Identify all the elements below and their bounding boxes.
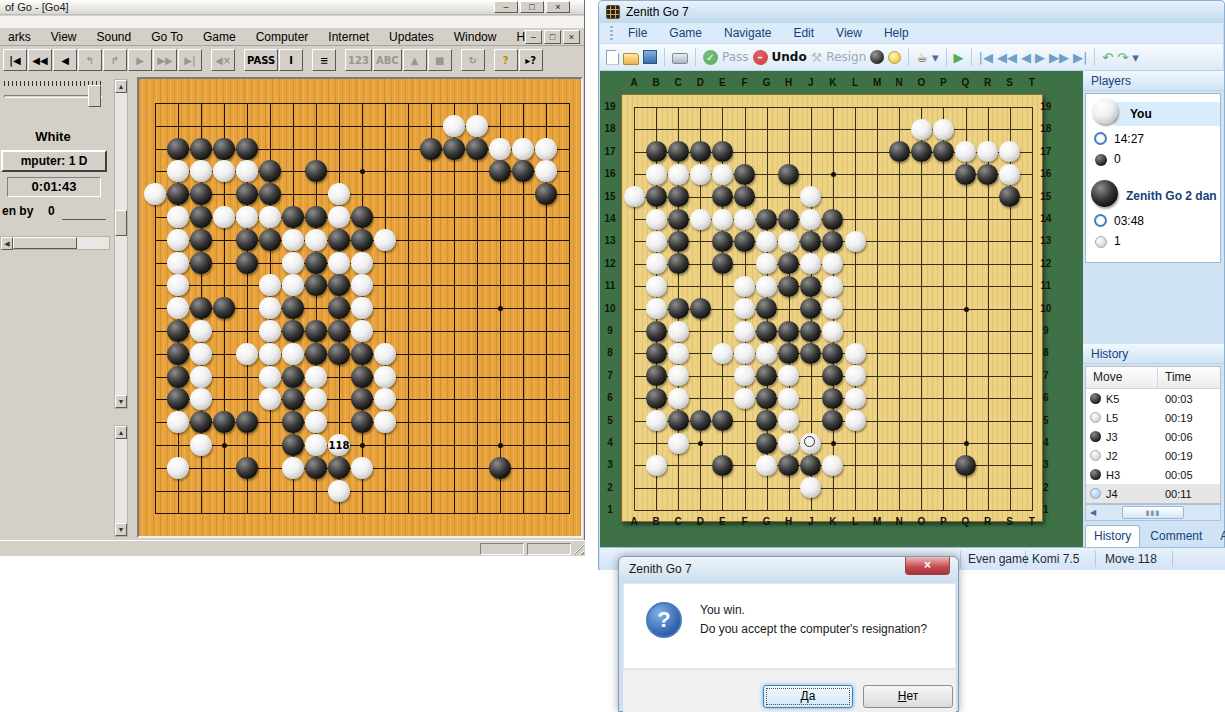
stone-K11: [351, 274, 373, 296]
stone-G13: [756, 231, 777, 252]
stone-B17: [646, 141, 667, 162]
stone-H13: [778, 231, 799, 252]
fast-back-button[interactable]: ◀◀: [28, 49, 52, 71]
letters-button[interactable]: ABC: [373, 49, 402, 71]
history-move: J4: [1106, 488, 1158, 500]
go-board-right[interactable]: AA1919BB1818CC1717DD1616EE1515FF1414GG13…: [621, 94, 1043, 522]
toolbar-separator: [971, 48, 972, 66]
stone-F10: [734, 298, 755, 319]
resign-button[interactable]: ⚒Resign: [811, 50, 867, 65]
coord-number-right: 15: [1038, 191, 1054, 202]
stone-D10: [213, 297, 235, 319]
left-sidebar: White mputer: 1 D 0:01:43 en by 0 ◀ ▲ ▼ …: [0, 73, 133, 540]
coord-letter-top: O: [913, 77, 929, 88]
stone-E16: [712, 164, 733, 185]
resignation-dialog: Zenith Go 7 × ? You win. Do you accept t…: [618, 556, 959, 712]
stone-E12: [236, 252, 258, 274]
left-window-menubar: arksViewSoundGo ToGameComputerInternetUp…: [0, 28, 584, 46]
coord-letter-top: P: [935, 77, 951, 88]
status-box: [480, 543, 524, 555]
mdi-minimize-button[interactable]: –: [525, 30, 542, 44]
history-row-K5[interactable]: K500:03: [1086, 389, 1220, 408]
resign-button-glyph: ⚒: [811, 50, 823, 65]
left-window-caption-buttons: –□×: [494, 1, 570, 13]
menu-item-game[interactable]: Game: [660, 24, 711, 42]
stone-B10: [167, 297, 189, 319]
clock-icon: [1094, 132, 1107, 145]
coord-letter-bottom: F: [737, 516, 753, 527]
history-move: L5: [1106, 412, 1158, 424]
toolbar-separator: [695, 48, 696, 66]
stone-H9: [778, 321, 799, 342]
divider: [62, 219, 106, 220]
stone-H8: [778, 343, 799, 364]
save-icon[interactable]: [643, 50, 657, 64]
stone-G13: [282, 229, 304, 251]
history-row-J2[interactable]: J200:19: [1086, 446, 1220, 465]
stone-J4: [800, 433, 821, 454]
sidebar-vertical-scrollbar-2[interactable]: ▲ ▼: [114, 425, 128, 537]
menu-item-computer[interactable]: Computer: [256, 30, 309, 44]
grid-line: [385, 103, 386, 514]
stone-icon-shape: [870, 50, 884, 64]
stone-B3: [646, 455, 667, 476]
undo-arrow-icon[interactable]: ↶: [1102, 50, 1113, 65]
right-sidebar: Players You 14:27 0 Zenith Go 2 dan 03:4…: [1083, 71, 1224, 547]
player-opponent-name[interactable]: Zenith Go 2 dan: [1126, 189, 1217, 203]
coord-letter-top: F: [737, 77, 753, 88]
stone-E13: [236, 229, 258, 251]
stone-K13: [351, 229, 373, 251]
nav-fastback-button[interactable]: ◀◀: [997, 50, 1017, 65]
players-card: You 14:27 0 Zenith Go 2 dan 03:48 1: [1085, 93, 1221, 263]
stone-E15: [712, 186, 733, 207]
undo-button[interactable]: –Undo: [753, 50, 807, 65]
forward-button[interactable]: ▶: [128, 49, 152, 71]
menu-item-arks[interactable]: arks: [8, 30, 31, 44]
go-first-button[interactable]: |◀: [3, 49, 27, 71]
print-icon[interactable]: [672, 50, 688, 64]
menu-item-window[interactable]: Window: [454, 30, 497, 44]
right-window-title: Zenith Go 7: [626, 5, 689, 19]
yes-button[interactable]: Да: [763, 685, 853, 708]
star-point: [831, 172, 836, 177]
branch-prev-button[interactable]: ↰: [78, 49, 102, 71]
insert-button[interactable]: I: [279, 49, 303, 71]
coord-number-left: 11: [602, 280, 618, 291]
stone-F7: [734, 365, 755, 386]
scroll-up-arrow[interactable]: ▲: [115, 426, 127, 439]
edit-list-button[interactable]: ≡: [312, 49, 336, 71]
history-time: 00:11: [1158, 488, 1192, 500]
fast-forward-button[interactable]: ▶▶: [153, 49, 177, 71]
coord-letter-bottom: C: [670, 516, 686, 527]
hint-icon[interactable]: [888, 51, 901, 64]
stone-C9: [668, 321, 689, 342]
nav-forward-button-glyph: ▶: [1035, 50, 1045, 65]
coord-number-right: 2: [1038, 482, 1054, 493]
stone-J11: [800, 276, 821, 297]
coffee-icon-glyph: ☕: [916, 50, 928, 65]
help-button[interactable]: ?: [494, 49, 518, 71]
last-move-marker: [804, 436, 816, 448]
coord-letter-top: N: [891, 77, 907, 88]
coord-number-right: 1: [1038, 504, 1054, 515]
grid-line: [569, 103, 570, 514]
taken-by-value: 0: [48, 204, 55, 218]
coord-letter-bottom: T: [1024, 516, 1040, 527]
coffee-icon[interactable]: ☕: [916, 50, 928, 65]
stone-C16: [668, 164, 689, 185]
dialog-body: ? You win. Do you accept the computer's …: [623, 583, 956, 669]
grid-line: [899, 107, 900, 511]
play-button[interactable]: ▶: [954, 50, 964, 65]
stone-A15: [624, 186, 645, 207]
stone-D14: [213, 206, 235, 228]
coord-letter-top: D: [692, 77, 708, 88]
nav-fastforward-button[interactable]: ▶▶: [1049, 50, 1069, 65]
stone-B10: [646, 298, 667, 319]
stone-L8: [845, 343, 866, 364]
stone-E13: [712, 231, 733, 252]
coord-letter-top: B: [648, 77, 664, 88]
stone-J12: [800, 253, 821, 274]
history-row-L5[interactable]: L500:19: [1086, 408, 1220, 427]
grid-line: [155, 513, 570, 514]
player-you-time: 14:27: [1114, 132, 1144, 146]
undo-arrow-icon-glyph: ↶: [1102, 50, 1113, 65]
coord-letter-bottom: D: [692, 516, 708, 527]
coord-number-left: 3: [602, 459, 618, 470]
stone-H13: [305, 229, 327, 251]
scroll-down-arrow[interactable]: ▼: [115, 395, 127, 408]
coord-number-right: 19: [1038, 101, 1054, 112]
menu-item-view[interactable]: View: [827, 24, 871, 42]
stone-G8: [756, 343, 777, 364]
menu-item-view[interactable]: View: [51, 30, 77, 44]
coord-letter-bottom: Q: [958, 516, 974, 527]
black-stone-icon: [1090, 469, 1101, 480]
rotate-button[interactable]: ↻: [461, 49, 485, 71]
stone-G6: [756, 388, 777, 409]
scroll-left-arrow[interactable]: ◀: [1086, 508, 1100, 517]
open-file-icon[interactable]: [623, 50, 639, 65]
history-panel-header: History: [1083, 344, 1224, 364]
sidebar-horizontal-scrollbar[interactable]: ◀: [0, 236, 110, 250]
star-point: [964, 307, 969, 312]
menu-item-help[interactable]: Help: [875, 24, 918, 42]
stone-B11: [646, 276, 667, 297]
stone-C14: [190, 206, 212, 228]
coord-number-left: 13: [602, 235, 618, 246]
stone-C12: [668, 253, 689, 274]
sidebar-vertical-scrollbar[interactable]: ▲ ▼: [114, 79, 128, 409]
go-last-button[interactable]: ▶|: [178, 49, 202, 71]
stone-H6: [778, 388, 799, 409]
black-stone-avatar: [1091, 180, 1118, 207]
tab-comment[interactable]: Comment: [1142, 526, 1210, 547]
stone-F8: [259, 343, 281, 365]
stone-C13: [190, 229, 212, 251]
stone-H11: [305, 274, 327, 296]
time-column-header[interactable]: Time: [1158, 367, 1191, 388]
coord-letter-top: C: [670, 77, 686, 88]
no-button[interactable]: Нет: [863, 685, 953, 708]
toolbar-separator: [1094, 48, 1095, 66]
right-window-menubar: FileGameNavigateEditViewHelp: [600, 23, 1223, 44]
coord-letter-top: E: [714, 77, 730, 88]
scroll-down-arrow[interactable]: ▼: [115, 523, 127, 536]
nav-back-button[interactable]: ◀: [1021, 50, 1031, 65]
stone-Q16: [955, 164, 976, 185]
stone-S17: [999, 141, 1020, 162]
coord-number-left: 9: [602, 325, 618, 336]
stone-E14: [236, 206, 258, 228]
stone-L8: [374, 343, 396, 365]
history-table-header[interactable]: Move Time: [1086, 367, 1220, 389]
resign-button-label: Resign: [826, 50, 866, 64]
grid-line: [431, 103, 432, 514]
play-button-glyph: ▶: [954, 50, 964, 65]
menu-item-navigate[interactable]: Navigate: [715, 24, 780, 42]
stone-Q3: [955, 455, 976, 476]
history-move: J3: [1106, 431, 1158, 443]
stone-H14: [305, 206, 327, 228]
coord-number-right: 12: [1038, 258, 1054, 269]
history-row-H3[interactable]: H300:05: [1086, 465, 1220, 484]
tab-anal[interactable]: Anal: [1212, 526, 1225, 547]
stone-K5: [822, 410, 843, 431]
scrollbar-thumb[interactable]: ▮▮▮: [1122, 506, 1184, 519]
undo-button-glyph: –: [753, 50, 768, 65]
stone-B16: [167, 160, 189, 182]
stone-K10: [351, 297, 373, 319]
toolbar-options-chevron[interactable]: ▾: [1132, 50, 1139, 65]
back-button[interactable]: ◀: [53, 49, 77, 71]
triangle-button[interactable]: ▲: [403, 49, 427, 71]
stone-E12: [712, 253, 733, 274]
stone-G4: [756, 433, 777, 454]
history-row-J3[interactable]: J300:06: [1086, 427, 1220, 446]
menu-item-game[interactable]: Game: [203, 30, 236, 44]
stone-G3: [756, 455, 777, 476]
grid-line: [943, 107, 944, 511]
tab-history[interactable]: History: [1085, 525, 1140, 547]
grid-line: [855, 107, 856, 511]
players-panel-header: Players: [1083, 71, 1224, 91]
stone-G11: [756, 276, 777, 297]
scroll-up-arrow[interactable]: ▲: [115, 80, 127, 93]
menu-item-go-to[interactable]: Go To: [151, 30, 183, 44]
new-file-icon[interactable]: [606, 50, 619, 65]
nav-last-button-glyph: ▶|: [1073, 50, 1087, 65]
stone-G12: [282, 252, 304, 274]
maximize-button[interactable]: □: [520, 1, 544, 13]
side-to-move-label: White: [0, 129, 106, 144]
grid-line: [1032, 107, 1033, 511]
stone-F13: [734, 231, 755, 252]
menu-item-internet[interactable]: Internet: [328, 30, 369, 44]
stone-G7: [282, 366, 304, 388]
coord-letter-top: L: [847, 77, 863, 88]
takeback-button[interactable]: ◀×: [211, 49, 235, 71]
history-horizontal-scrollbar[interactable]: ◀ ▮▮▮: [1085, 504, 1221, 521]
redo-arrow-icon[interactable]: ↷: [1117, 50, 1128, 65]
captured-white-stone-icon: [1095, 236, 1107, 248]
coord-number-right: 14: [1038, 213, 1054, 224]
history-move: J2: [1106, 450, 1158, 462]
stone-K3: [351, 457, 373, 479]
overflow-chevron[interactable]: ▾: [932, 50, 939, 65]
status-separator: [1095, 551, 1096, 567]
go-board-left[interactable]: 118: [137, 77, 583, 538]
stone-H16: [305, 160, 327, 182]
player-opponent-captures: 1: [1114, 234, 1121, 248]
history-row-J4[interactable]: J400:11: [1086, 484, 1220, 503]
stone-K7: [351, 366, 373, 388]
history-time: 00:03: [1158, 393, 1193, 405]
star-point: [222, 443, 227, 448]
stone-K14: [822, 209, 843, 230]
stone-O17: [443, 138, 465, 160]
coord-letter-top: R: [980, 77, 996, 88]
minimize-button[interactable]: –: [494, 1, 518, 13]
toolbar-separator: [946, 48, 947, 66]
stone-P18: [933, 119, 954, 140]
coord-letter-bottom: O: [913, 516, 929, 527]
sidebar-tabs: HistoryCommentAnal: [1083, 523, 1224, 547]
mdi-close-button[interactable]: ×: [563, 30, 580, 44]
stone-H14: [778, 209, 799, 230]
coord-number-left: 18: [602, 123, 618, 134]
dialog-close-button[interactable]: ×: [905, 557, 950, 575]
stone-E16: [236, 160, 258, 182]
numbers-button[interactable]: 123: [345, 49, 372, 71]
stone-C6: [668, 388, 689, 409]
pass-button[interactable]: PASS: [244, 49, 278, 71]
branch-next-button[interactable]: ↱: [103, 49, 127, 71]
stone-K9: [351, 320, 373, 342]
menu-item-updates[interactable]: Updates: [389, 30, 434, 44]
stone-P18: [466, 115, 488, 137]
right-window-titlebar[interactable]: Zenith Go 7: [599, 1, 1224, 23]
stone-G9: [756, 321, 777, 342]
move-column-header[interactable]: Move: [1086, 367, 1158, 388]
stone-F10: [259, 297, 281, 319]
stone-J2: [328, 480, 350, 502]
stone-K7: [822, 365, 843, 386]
coord-number-left: 10: [602, 303, 618, 314]
stone-G5: [282, 411, 304, 433]
nav-last-button[interactable]: ▶|: [1073, 50, 1087, 65]
stone-K6: [351, 388, 373, 410]
stone-F6: [259, 388, 281, 410]
scroll-left-arrow[interactable]: ◀: [1, 237, 13, 250]
scrollbar-thumb[interactable]: [115, 210, 127, 236]
mdi-restore-button[interactable]: □: [544, 30, 561, 44]
coord-number-left: 5: [602, 415, 618, 426]
white-clock: 0:01:43: [7, 177, 101, 197]
zenith-go-app-icon: [606, 5, 620, 19]
stone-S15: [999, 186, 1020, 207]
clock-icon: [1094, 214, 1107, 227]
stone-F14: [259, 206, 281, 228]
black-stone-icon: [1090, 431, 1101, 442]
square-button[interactable]: ■: [428, 49, 452, 71]
stone-B17: [167, 138, 189, 160]
stone-F16: [259, 160, 281, 182]
coord-number-right: 7: [1038, 370, 1054, 381]
player-you-captures: 0: [1114, 152, 1121, 166]
nav-forward-button[interactable]: ▶: [1035, 50, 1045, 65]
resize-grip[interactable]: [571, 542, 584, 555]
coord-letter-bottom: K: [825, 516, 841, 527]
stone-F13: [259, 229, 281, 251]
stone-L6: [374, 388, 396, 410]
stone-B7: [167, 366, 189, 388]
stone-H4: [778, 433, 799, 454]
coord-letter-top: M: [869, 77, 885, 88]
stone-C13: [668, 231, 689, 252]
question-icon: ?: [646, 602, 682, 638]
coord-letter-bottom: B: [648, 516, 664, 527]
stone-J2: [800, 477, 821, 498]
stone-E8: [236, 343, 258, 365]
stone-G5: [756, 410, 777, 431]
stone-G10: [282, 297, 304, 319]
grid-line: [454, 103, 455, 514]
stone-E5: [712, 410, 733, 431]
scrollbar-thumb[interactable]: [13, 237, 77, 249]
menu-item-sound[interactable]: Sound: [96, 30, 131, 44]
close-button[interactable]: ×: [546, 1, 570, 13]
pass-button[interactable]: ✓Pass: [703, 50, 749, 65]
status-move-number: Move 118: [1105, 552, 1157, 566]
stone-H16: [778, 164, 799, 185]
redo-arrow-icon-glyph: ↷: [1117, 50, 1128, 65]
stone-C14: [668, 209, 689, 230]
stone-J14: [800, 209, 821, 230]
board-area: AA1919BB1818CC1717DD1616EE1515FF1414GG13…: [600, 71, 1083, 547]
save-icon-shape: [643, 50, 657, 64]
context-help-button[interactable]: ▸?: [519, 49, 543, 71]
stone-D14: [690, 209, 711, 230]
stone-J11: [328, 274, 350, 296]
stone-R16: [512, 160, 534, 182]
coord-letter-bottom: J: [803, 516, 819, 527]
nav-first-button[interactable]: |◀: [979, 50, 993, 65]
right-window-toolbar: ✓Pass–Undo⚒Resign☕▾▶|◀◀◀◀▶▶▶▶|↶↷▾: [600, 44, 1223, 71]
stone-K3: [822, 455, 843, 476]
stone-G9: [282, 320, 304, 342]
stone-G8: [282, 343, 304, 365]
slider-thumb[interactable]: [88, 85, 101, 107]
stone-B8: [167, 343, 189, 365]
coord-number-left: 17: [602, 146, 618, 157]
menu-item-edit[interactable]: Edit: [784, 24, 823, 42]
stone-F11: [734, 276, 755, 297]
star-point: [831, 441, 836, 446]
stone-icon[interactable]: [870, 50, 884, 64]
stone-D17: [213, 138, 235, 160]
coord-number-left: 6: [602, 392, 618, 403]
player-you-name[interactable]: You: [1130, 107, 1152, 121]
stone-J4: 118: [328, 434, 350, 456]
menu-item-file[interactable]: File: [619, 24, 656, 42]
engine-level-button[interactable]: mputer: 1 D: [1, 150, 107, 172]
stone-C9: [190, 320, 212, 342]
stone-J9: [800, 321, 821, 342]
